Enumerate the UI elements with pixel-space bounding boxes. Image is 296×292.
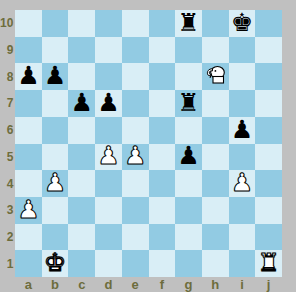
square-b4[interactable]: ♟ (42, 170, 69, 197)
square-j2[interactable] (255, 224, 282, 251)
square-h7[interactable] (202, 90, 229, 117)
square-g1[interactable] (175, 250, 202, 277)
file-labels: abcdefghij (15, 277, 282, 292)
square-b2[interactable] (42, 224, 69, 251)
square-h5[interactable] (202, 144, 229, 171)
square-f10[interactable] (149, 10, 176, 37)
square-d10[interactable] (95, 10, 122, 37)
file-label-d: d (95, 277, 122, 292)
square-f6[interactable] (149, 117, 176, 144)
square-i3[interactable] (229, 197, 256, 224)
black-pawn: ♟ (17, 63, 39, 88)
file-label-b: b (42, 277, 69, 292)
rank-label-7: 7 (0, 90, 14, 117)
square-e4[interactable] (122, 170, 149, 197)
square-f4[interactable] (149, 170, 176, 197)
square-d2[interactable] (95, 224, 122, 251)
square-a4[interactable] (15, 170, 42, 197)
square-f3[interactable] (149, 197, 176, 224)
square-i4[interactable]: ♟ (229, 170, 256, 197)
white-pawn: ♟ (124, 144, 146, 169)
square-g10[interactable]: ♜ (175, 10, 202, 37)
page-background: 10987654321 ♜♚♟♟ ♟♟♜♟♟♟♟♟♟♟♚♜ abcdefghij (0, 0, 296, 292)
square-d9[interactable] (95, 37, 122, 64)
square-j9[interactable] (255, 37, 282, 64)
square-j4[interactable] (255, 170, 282, 197)
white-pawn: ♟ (17, 197, 39, 222)
square-g8[interactable] (175, 63, 202, 90)
rank-label-8: 8 (0, 63, 14, 90)
square-d7[interactable]: ♟ (95, 90, 122, 117)
square-h8[interactable] (202, 63, 229, 90)
square-a1[interactable] (15, 250, 42, 277)
file-label-i: i (229, 277, 256, 292)
square-e5[interactable]: ♟ (122, 144, 149, 171)
square-h3[interactable] (202, 197, 229, 224)
rank-label-1: 1 (0, 250, 14, 277)
black-pawn: ♟ (97, 90, 119, 115)
square-c7[interactable]: ♟ (68, 90, 95, 117)
square-b1[interactable]: ♚ (42, 250, 69, 277)
square-b9[interactable] (42, 37, 69, 64)
square-g4[interactable] (175, 170, 202, 197)
square-e2[interactable] (122, 224, 149, 251)
square-a5[interactable] (15, 144, 42, 171)
rank-label-5: 5 (0, 144, 14, 171)
square-b8[interactable]: ♟ (42, 63, 69, 90)
square-h10[interactable] (202, 10, 229, 37)
square-d5[interactable]: ♟ (95, 144, 122, 171)
square-b7[interactable] (42, 90, 69, 117)
rank-label-6: 6 (0, 117, 14, 144)
white-king: ♚ (44, 250, 66, 275)
file-label-a: a (15, 277, 42, 292)
square-d3[interactable] (95, 197, 122, 224)
square-f2[interactable] (149, 224, 176, 251)
square-a3[interactable]: ♟ (15, 197, 42, 224)
square-c4[interactable] (68, 170, 95, 197)
square-j6[interactable] (255, 117, 282, 144)
square-e8[interactable] (122, 63, 149, 90)
square-b3[interactable] (42, 197, 69, 224)
square-c1[interactable] (68, 250, 95, 277)
square-f9[interactable] (149, 37, 176, 64)
rank-label-4: 4 (0, 170, 14, 197)
square-i9[interactable] (229, 37, 256, 64)
square-i6[interactable]: ♟ (229, 117, 256, 144)
black-pawn: ♟ (231, 117, 253, 142)
file-label-g: g (175, 277, 202, 292)
square-d6[interactable] (95, 117, 122, 144)
black-pawn: ♟ (177, 144, 199, 169)
square-h9[interactable] (202, 37, 229, 64)
square-c5[interactable] (68, 144, 95, 171)
square-e10[interactable] (122, 10, 149, 37)
square-j10[interactable] (255, 10, 282, 37)
square-h4[interactable] (202, 170, 229, 197)
square-b10[interactable] (42, 10, 69, 37)
square-j5[interactable] (255, 144, 282, 171)
square-a2[interactable] (15, 224, 42, 251)
file-label-h: h (202, 277, 229, 292)
black-king: ♚ (231, 10, 253, 35)
square-i1[interactable] (229, 250, 256, 277)
white-pawn: ♟ (97, 144, 119, 169)
square-g2[interactable] (175, 224, 202, 251)
square-i7[interactable] (229, 90, 256, 117)
square-e9[interactable] (122, 37, 149, 64)
square-e1[interactable] (122, 250, 149, 277)
square-g7[interactable]: ♜ (175, 90, 202, 117)
square-f8[interactable] (149, 63, 176, 90)
square-j7[interactable] (255, 90, 282, 117)
white-rook: ♜ (257, 250, 279, 275)
black-pawn: ♟ (71, 90, 93, 115)
square-j8[interactable] (255, 63, 282, 90)
square-i8[interactable] (229, 63, 256, 90)
rank-label-2: 2 (0, 224, 14, 251)
black-rook: ♜ (177, 10, 199, 35)
square-e7[interactable] (122, 90, 149, 117)
square-c8[interactable] (68, 63, 95, 90)
square-a6[interactable] (15, 117, 42, 144)
square-c3[interactable] (68, 197, 95, 224)
square-c9[interactable] (68, 37, 95, 64)
file-label-e: e (122, 277, 149, 292)
square-f7[interactable] (149, 90, 176, 117)
square-g9[interactable] (175, 37, 202, 64)
square-i10[interactable]: ♚ (229, 10, 256, 37)
square-b6[interactable] (42, 117, 69, 144)
file-label-j: j (255, 277, 282, 292)
white-pawn: ♟ (231, 170, 253, 195)
square-d8[interactable] (95, 63, 122, 90)
square-c6[interactable] (68, 117, 95, 144)
rank-label-3: 3 (0, 197, 14, 224)
square-b5[interactable] (42, 144, 69, 171)
square-g3[interactable] (175, 197, 202, 224)
square-g5[interactable]: ♟ (175, 144, 202, 171)
square-j1[interactable]: ♜ (255, 250, 282, 277)
square-e3[interactable] (122, 197, 149, 224)
file-label-f: f (149, 277, 176, 292)
square-f1[interactable] (149, 250, 176, 277)
square-f5[interactable] (149, 144, 176, 171)
square-g6[interactable] (175, 117, 202, 144)
square-a10[interactable] (15, 10, 42, 37)
square-e6[interactable] (122, 117, 149, 144)
square-d1[interactable] (95, 250, 122, 277)
square-h6[interactable] (202, 117, 229, 144)
black-pawn: ♟ (44, 63, 66, 88)
square-c2[interactable] (68, 224, 95, 251)
square-j3[interactable] (255, 197, 282, 224)
square-h2[interactable] (202, 224, 229, 251)
square-h1[interactable] (202, 250, 229, 277)
white-elephant-icon (203, 64, 227, 87)
white-pawn: ♟ (44, 170, 66, 195)
square-a9[interactable] (15, 37, 42, 64)
square-d4[interactable] (95, 170, 122, 197)
white-elephant (203, 64, 227, 87)
rank-label-10: 10 (0, 10, 14, 37)
rank-labels: 10987654321 (0, 10, 14, 277)
file-label-c: c (68, 277, 95, 292)
square-a8[interactable]: ♟ (15, 63, 42, 90)
black-rook: ♜ (177, 90, 199, 115)
square-c10[interactable] (68, 10, 95, 37)
square-i2[interactable] (229, 224, 256, 251)
square-i5[interactable] (229, 144, 256, 171)
square-a7[interactable] (15, 90, 42, 117)
board: ♜♚♟♟ ♟♟♜♟♟♟♟♟♟♟♚♜ (15, 10, 282, 277)
rank-label-9: 9 (0, 37, 14, 64)
